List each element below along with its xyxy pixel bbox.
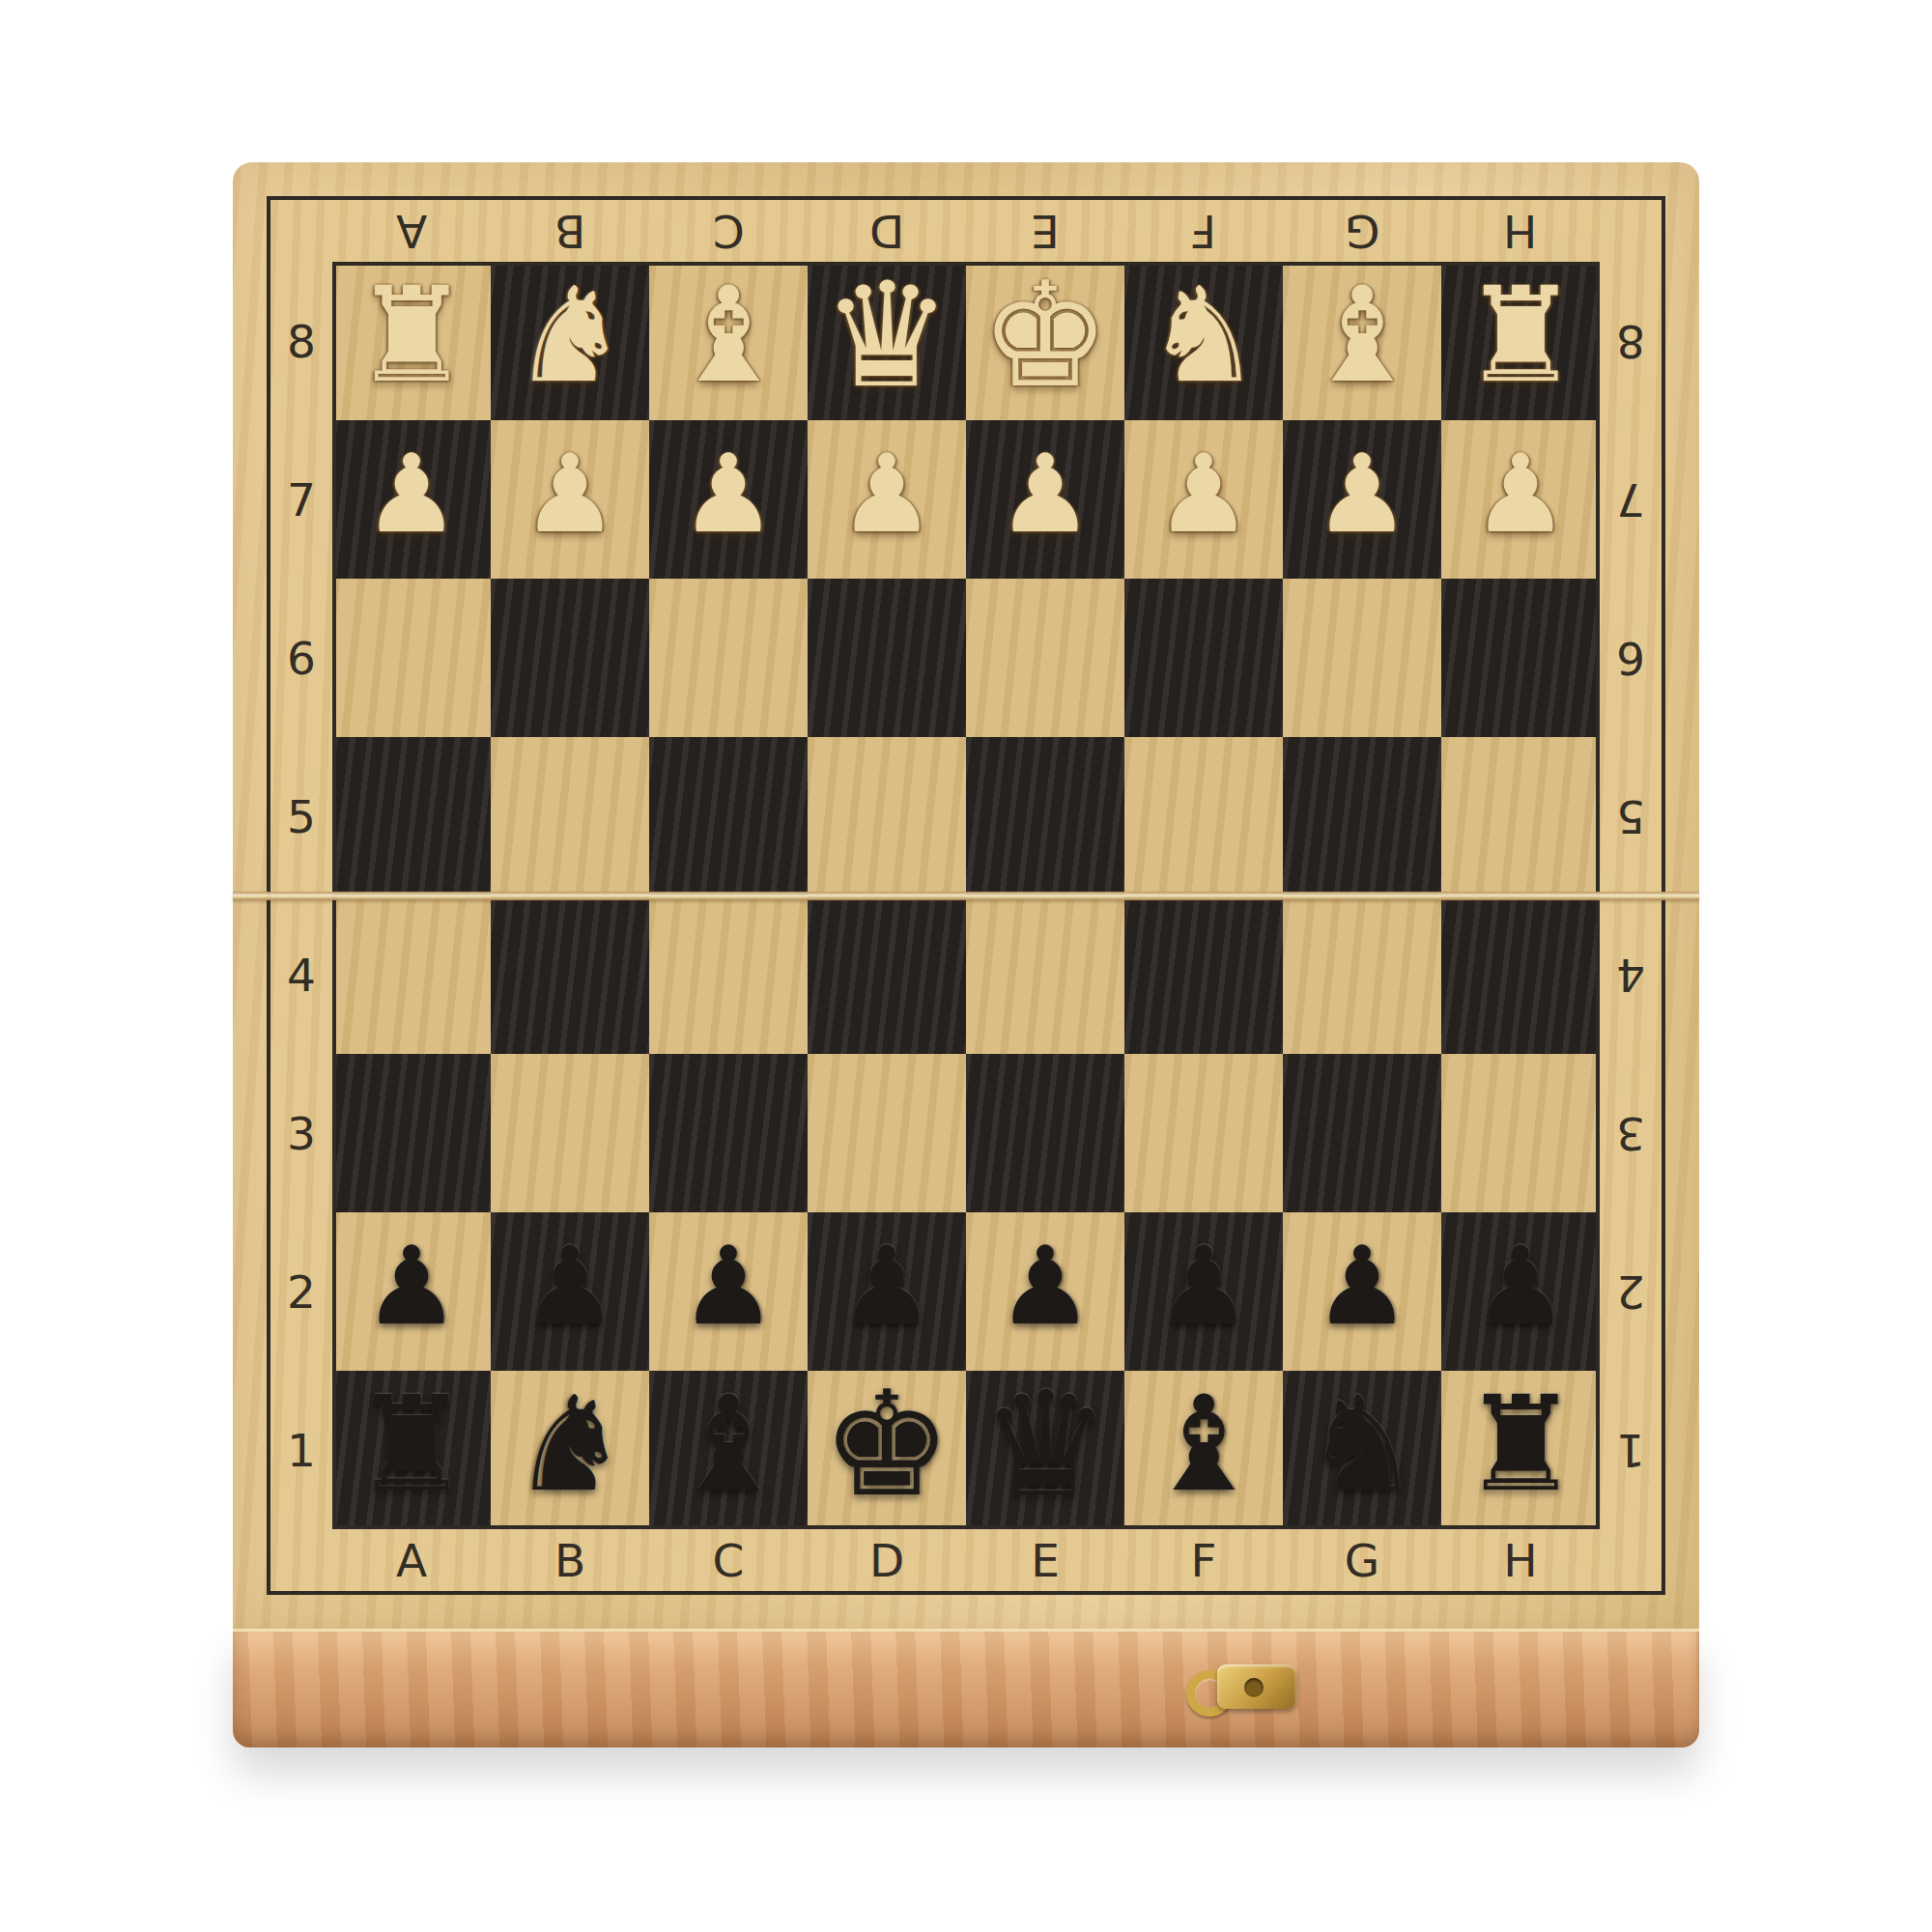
rank-label-right-2: 2: [1600, 1212, 1662, 1371]
rank-label-text: 8: [1616, 315, 1645, 368]
rank-label-text: 1: [1616, 1424, 1645, 1477]
file-label-text: D: [869, 1534, 904, 1587]
rank-label-right-5: 5: [1600, 737, 1662, 895]
piece-white-pawn[interactable]: ♟: [363, 440, 460, 548]
rank-label-text: 3: [1616, 1107, 1645, 1160]
square-g6[interactable]: [1283, 579, 1441, 737]
rank-label-text: 5: [1616, 790, 1645, 843]
piece-white-pawn[interactable]: ♟: [838, 440, 935, 548]
rank-label-text: 8: [287, 315, 316, 368]
piece-white-knight[interactable]: ♞: [1145, 270, 1263, 401]
square-f6[interactable]: [1124, 579, 1283, 737]
rank-label-right-6: 6: [1600, 579, 1662, 737]
file-label-text: C: [713, 1534, 745, 1587]
square-b3[interactable]: [491, 1054, 649, 1212]
rank-label-text: 5: [287, 790, 316, 843]
file-label-top-c: C: [649, 200, 808, 262]
file-label-text: H: [1503, 1534, 1537, 1587]
rank-label-1: 1: [270, 1371, 332, 1529]
square-b5[interactable]: [491, 737, 649, 895]
rank-label-text: 4: [1616, 949, 1645, 1002]
file-label-text: A: [396, 1534, 427, 1587]
square-c1[interactable]: ♝: [649, 1371, 808, 1529]
square-a6[interactable]: [332, 579, 491, 737]
rank-label-right-4: 4: [1600, 895, 1662, 1054]
square-c3[interactable]: [649, 1054, 808, 1212]
square-e5[interactable]: [966, 737, 1124, 895]
piece-white-rook[interactable]: ♜: [353, 270, 470, 401]
file-label-text: D: [869, 205, 904, 258]
file-label-text: F: [1190, 205, 1216, 258]
square-g5[interactable]: [1283, 737, 1441, 895]
square-e7[interactable]: ♟: [966, 420, 1124, 579]
square-e8[interactable]: ♚: [966, 262, 1124, 420]
piece-black-king[interactable]: ♚: [822, 1372, 952, 1517]
square-b6[interactable]: [491, 579, 649, 737]
square-e6[interactable]: [966, 579, 1124, 737]
rank-label-right-8: 8: [1600, 262, 1662, 420]
file-label-g: G: [1283, 1529, 1441, 1591]
rank-label-8: 8: [270, 262, 332, 420]
square-d7[interactable]: ♟: [808, 420, 966, 579]
file-label-text: G: [1345, 1534, 1379, 1587]
square-a1[interactable]: ♜: [332, 1371, 491, 1529]
rank-label-text: 1: [287, 1424, 316, 1477]
square-h7[interactable]: ♟: [1441, 420, 1600, 579]
file-label-top-a: A: [332, 200, 491, 262]
piece-white-pawn[interactable]: ♟: [522, 440, 618, 548]
file-label-text: E: [1031, 1534, 1060, 1587]
square-d8[interactable]: ♛: [808, 262, 966, 420]
piece-black-knight[interactable]: ♞: [1303, 1378, 1421, 1510]
square-h8[interactable]: ♜: [1441, 262, 1600, 420]
rank-label-6: 6: [270, 579, 332, 737]
file-label-text: B: [554, 205, 585, 258]
square-h1[interactable]: ♜: [1441, 1371, 1600, 1529]
square-g4[interactable]: [1283, 895, 1441, 1054]
piece-black-pawn[interactable]: ♟: [1472, 1232, 1569, 1340]
rank-label-right-1: 1: [1600, 1371, 1662, 1529]
file-label-text: B: [554, 1534, 585, 1587]
rank-label-3: 3: [270, 1054, 332, 1212]
fold-seam: [233, 892, 1699, 900]
square-a7[interactable]: ♟: [332, 420, 491, 579]
square-a3[interactable]: [332, 1054, 491, 1212]
file-label-d: D: [808, 1529, 966, 1591]
piece-black-pawn[interactable]: ♟: [522, 1232, 618, 1340]
square-d1[interactable]: ♚: [808, 1371, 966, 1529]
file-label-text: F: [1190, 1534, 1216, 1587]
piece-black-bishop[interactable]: ♝: [669, 1378, 787, 1510]
file-label-text: C: [713, 205, 745, 258]
piece-black-pawn[interactable]: ♟: [838, 1232, 935, 1340]
square-b2[interactable]: ♟: [491, 1212, 649, 1371]
square-g1[interactable]: ♞: [1283, 1371, 1441, 1529]
file-label-top-g: G: [1283, 200, 1441, 262]
square-g7[interactable]: ♟: [1283, 420, 1441, 579]
piece-white-pawn[interactable]: ♟: [1155, 440, 1252, 548]
board-corner: [270, 1529, 332, 1591]
square-a2[interactable]: ♟: [332, 1212, 491, 1371]
piece-black-pawn[interactable]: ♟: [363, 1232, 460, 1340]
file-label-h: H: [1441, 1529, 1600, 1591]
piece-black-rook[interactable]: ♜: [353, 1378, 470, 1510]
piece-white-pawn[interactable]: ♟: [1472, 440, 1569, 548]
piece-black-queen[interactable]: ♛: [980, 1372, 1110, 1517]
piece-white-pawn[interactable]: ♟: [1314, 440, 1410, 548]
piece-white-pawn[interactable]: ♟: [997, 440, 1094, 548]
board-corner: [270, 200, 332, 262]
rank-label-text: 7: [1616, 473, 1645, 526]
square-f2[interactable]: ♟: [1124, 1212, 1283, 1371]
rank-label-text: 3: [287, 1107, 316, 1160]
square-h3[interactable]: [1441, 1054, 1600, 1212]
square-e3[interactable]: [966, 1054, 1124, 1212]
square-b8[interactable]: ♞: [491, 262, 649, 420]
square-c4[interactable]: [649, 895, 808, 1054]
file-label-top-f: F: [1124, 200, 1283, 262]
piece-black-knight[interactable]: ♞: [511, 1378, 629, 1510]
square-c8[interactable]: ♝: [649, 262, 808, 420]
file-label-e: E: [966, 1529, 1124, 1591]
rank-label-5: 5: [270, 737, 332, 895]
square-c6[interactable]: [649, 579, 808, 737]
file-label-top-b: B: [491, 200, 649, 262]
piece-black-pawn[interactable]: ♟: [680, 1232, 777, 1340]
square-c7[interactable]: ♟: [649, 420, 808, 579]
board-corner: [1600, 200, 1662, 262]
square-g2[interactable]: ♟: [1283, 1212, 1441, 1371]
piece-white-rook[interactable]: ♜: [1462, 270, 1579, 401]
square-e4[interactable]: [966, 895, 1124, 1054]
photo-backdrop: ABCDEFGH8♜♞♝♛♚♞♝♜87♟♟♟♟♟♟♟♟7665544332♟♟♟…: [0, 0, 1932, 1932]
rank-label-7: 7: [270, 420, 332, 579]
square-f5[interactable]: [1124, 737, 1283, 895]
file-label-text: E: [1031, 205, 1060, 258]
square-a4[interactable]: [332, 895, 491, 1054]
file-label-b: B: [491, 1529, 649, 1591]
rank-label-text: 2: [1616, 1265, 1645, 1319]
file-label-text: H: [1503, 205, 1537, 258]
file-label-f: F: [1124, 1529, 1283, 1591]
file-label-text: A: [396, 205, 427, 258]
piece-black-bishop[interactable]: ♝: [1145, 1378, 1263, 1510]
square-h2[interactable]: ♟: [1441, 1212, 1600, 1371]
square-d3[interactable]: [808, 1054, 966, 1212]
square-h5[interactable]: [1441, 737, 1600, 895]
rank-label-4: 4: [270, 895, 332, 1054]
board-surface: ABCDEFGH8♜♞♝♛♚♞♝♜87♟♟♟♟♟♟♟♟7665544332♟♟♟…: [233, 162, 1699, 1629]
piece-white-pawn[interactable]: ♟: [680, 440, 777, 548]
rank-label-text: 6: [1616, 632, 1645, 685]
rank-label-2: 2: [270, 1212, 332, 1371]
square-f7[interactable]: ♟: [1124, 420, 1283, 579]
square-f3[interactable]: [1124, 1054, 1283, 1212]
square-f1[interactable]: ♝: [1124, 1371, 1283, 1529]
rank-label-text: 2: [287, 1265, 316, 1319]
square-f4[interactable]: [1124, 895, 1283, 1054]
piece-white-bishop[interactable]: ♝: [669, 270, 787, 401]
square-f8[interactable]: ♞: [1124, 262, 1283, 420]
piece-white-king[interactable]: ♚: [980, 263, 1110, 408]
square-b7[interactable]: ♟: [491, 420, 649, 579]
rank-label-right-7: 7: [1600, 420, 1662, 579]
square-h6[interactable]: [1441, 579, 1600, 737]
latch-keyhole: [1244, 1678, 1264, 1697]
piece-black-pawn[interactable]: ♟: [997, 1232, 1094, 1340]
piece-white-knight[interactable]: ♞: [511, 270, 629, 401]
piece-black-rook[interactable]: ♜: [1462, 1378, 1579, 1510]
square-e2[interactable]: ♟: [966, 1212, 1124, 1371]
file-label-top-h: H: [1441, 200, 1600, 262]
square-d5[interactable]: [808, 737, 966, 895]
square-a8[interactable]: ♜: [332, 262, 491, 420]
piece-black-pawn[interactable]: ♟: [1314, 1232, 1410, 1340]
square-b1[interactable]: ♞: [491, 1371, 649, 1529]
square-c5[interactable]: [649, 737, 808, 895]
square-h4[interactable]: [1441, 895, 1600, 1054]
piece-white-bishop[interactable]: ♝: [1303, 270, 1421, 401]
piece-white-queen[interactable]: ♛: [822, 263, 952, 408]
file-label-a: A: [332, 1529, 491, 1591]
file-label-c: C: [649, 1529, 808, 1591]
square-d4[interactable]: [808, 895, 966, 1054]
square-c2[interactable]: ♟: [649, 1212, 808, 1371]
brass-latch: [1184, 1657, 1310, 1720]
square-d2[interactable]: ♟: [808, 1212, 966, 1371]
rank-label-text: 4: [287, 949, 316, 1002]
rank-label-right-3: 3: [1600, 1054, 1662, 1212]
square-g3[interactable]: [1283, 1054, 1441, 1212]
rank-label-text: 6: [287, 632, 316, 685]
square-g8[interactable]: ♝: [1283, 262, 1441, 420]
square-a5[interactable]: [332, 737, 491, 895]
rank-label-text: 7: [287, 473, 316, 526]
board-corner: [1600, 1529, 1662, 1591]
square-b4[interactable]: [491, 895, 649, 1054]
file-label-text: G: [1345, 205, 1379, 258]
square-d6[interactable]: [808, 579, 966, 737]
piece-black-pawn[interactable]: ♟: [1155, 1232, 1252, 1340]
box-front-edge: [233, 1629, 1699, 1747]
chess-box: ABCDEFGH8♜♞♝♛♚♞♝♜87♟♟♟♟♟♟♟♟7665544332♟♟♟…: [233, 162, 1699, 1747]
square-e1[interactable]: ♛: [966, 1371, 1124, 1529]
